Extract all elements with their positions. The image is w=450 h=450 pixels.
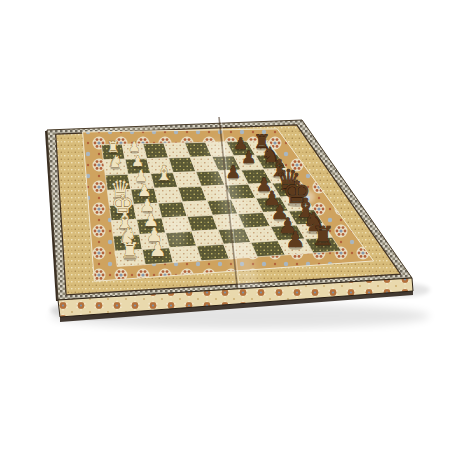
piece-white-bishop-c3[interactable]: ♝	[155, 161, 173, 185]
piece-white-rook-h1[interactable]: ♜	[120, 238, 139, 263]
piece-white-knight-b1[interactable]: ♞	[108, 152, 123, 171]
chessboard-photo: ♜♟♟♜♞♟♟♞♝♟♝♟♛♟♟♛♚♟♟♚♝♟♟♝♞♟♟♞♜♟♟♜	[0, 0, 450, 450]
piece-white-pawn-a2[interactable]: ♟	[128, 139, 140, 154]
piece-black-pawn-h7[interactable]: ♟	[286, 227, 306, 252]
piece-black-rook-h8[interactable]: ♜	[312, 221, 335, 251]
piece-black-pawn-c6[interactable]: ♟	[226, 162, 241, 182]
product-photo-stage: ♜♟♟♜♞♟♟♞♝♟♝♟♛♟♟♛♚♟♟♚♝♟♟♝♞♟♟♞♜♟♟♜	[0, 0, 450, 450]
piece-black-pawn-b7[interactable]: ♟	[241, 147, 256, 167]
piece-white-pawn-h2[interactable]: ♟	[149, 238, 166, 261]
